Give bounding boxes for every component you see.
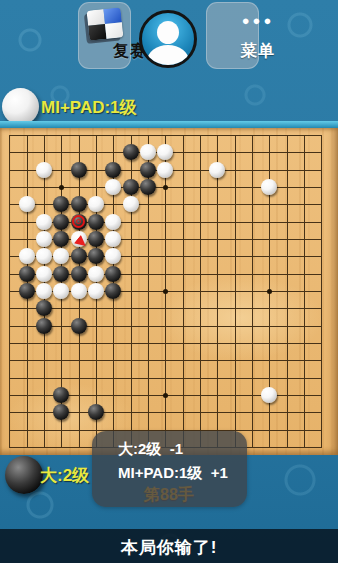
white-stone-6-5 bbox=[105, 214, 121, 230]
black-stone-5-16 bbox=[88, 404, 104, 420]
avatar-head-shape bbox=[157, 21, 179, 44]
white-stone-2-6 bbox=[36, 231, 52, 247]
black-stone-6-8 bbox=[105, 266, 121, 282]
black-stone-2-11 bbox=[36, 318, 52, 334]
white-stone-2-2 bbox=[36, 162, 52, 178]
app-screen: 复赛 ●●● 菜单 MI+PAD:1级 大:2级 第88手 大:2级 -1 MI… bbox=[0, 0, 338, 563]
white-stone-9-1 bbox=[157, 144, 173, 160]
black-stone-1-9 bbox=[19, 283, 35, 299]
status-text: 本局你输了! bbox=[0, 536, 338, 559]
black-stone-4-8 bbox=[71, 266, 87, 282]
black-stone-7-3 bbox=[123, 179, 139, 195]
black-stone-5-5 bbox=[88, 214, 104, 230]
white-stone-5-8 bbox=[88, 266, 104, 282]
black-stone-8-3 bbox=[140, 179, 156, 195]
black-stone-5-7 bbox=[88, 248, 104, 264]
black-stone-1-8 bbox=[19, 266, 35, 282]
star-point bbox=[163, 393, 168, 398]
status-bar: 本局你输了! bbox=[0, 529, 338, 563]
star-point bbox=[163, 289, 168, 294]
black-stone-2-10 bbox=[36, 300, 52, 316]
white-stone-1-7 bbox=[19, 248, 35, 264]
white-stone-5-4 bbox=[88, 196, 104, 212]
player-avatar-icon[interactable] bbox=[139, 10, 197, 68]
white-stone-9-2 bbox=[157, 162, 173, 178]
black-stone-3-5 bbox=[53, 214, 69, 230]
white-stone-15-3 bbox=[261, 179, 277, 195]
white-stone-6-3 bbox=[105, 179, 121, 195]
white-stone-15-15 bbox=[261, 387, 277, 403]
menu-button[interactable]: ●●● 菜单 bbox=[206, 2, 259, 69]
white-stone-4-9 bbox=[71, 283, 87, 299]
replay-button[interactable]: 复赛 bbox=[78, 2, 131, 69]
black-player-label: 大:2级 bbox=[40, 464, 89, 487]
rating-change-popup: 大:2级 -1 MI+PAD:1级 +1 bbox=[92, 431, 247, 507]
black-stone-4-4 bbox=[71, 196, 87, 212]
menu-dots-icon: ●●● bbox=[233, 13, 284, 28]
popup-black-rating-line: 大:2级 -1 bbox=[118, 440, 183, 459]
star-point bbox=[163, 185, 168, 190]
white-stone-12-2 bbox=[209, 162, 225, 178]
menu-button-label: 菜单 bbox=[233, 41, 284, 62]
black-stone-8-2 bbox=[140, 162, 156, 178]
black-stone-6-9 bbox=[105, 283, 121, 299]
go-board[interactable] bbox=[0, 128, 338, 455]
black-stone-4-2 bbox=[71, 162, 87, 178]
white-stone-7-4 bbox=[123, 196, 139, 212]
star-point bbox=[59, 185, 64, 190]
black-stone-3-15 bbox=[53, 387, 69, 403]
black-stone-4-11 bbox=[71, 318, 87, 334]
white-stone-2-5 bbox=[36, 214, 52, 230]
replay-cube-icon bbox=[87, 7, 124, 40]
white-stone-3-7 bbox=[53, 248, 69, 264]
white-stone-6-7 bbox=[105, 248, 121, 264]
white-stone-avatar bbox=[2, 88, 39, 125]
black-stone-3-16 bbox=[53, 404, 69, 420]
black-stone-7-1 bbox=[123, 144, 139, 160]
avatar-shoulders-shape bbox=[147, 45, 189, 68]
black-stone-6-2 bbox=[105, 162, 121, 178]
white-stone-5-9 bbox=[88, 283, 104, 299]
black-stone-5-6 bbox=[88, 231, 104, 247]
black-stone-4-7 bbox=[71, 248, 87, 264]
black-stone-3-6 bbox=[53, 231, 69, 247]
popup-white-rating-line: MI+PAD:1级 +1 bbox=[118, 464, 228, 483]
white-stone-6-6 bbox=[105, 231, 121, 247]
white-stone-2-9 bbox=[36, 283, 52, 299]
white-stone-2-8 bbox=[36, 266, 52, 282]
white-stone-1-4 bbox=[19, 196, 35, 212]
white-player-label: MI+PAD:1级 bbox=[41, 96, 137, 119]
white-stone-8-1 bbox=[140, 144, 156, 160]
black-stone-3-8 bbox=[53, 266, 69, 282]
white-stone-2-7 bbox=[36, 248, 52, 264]
white-stone-3-9 bbox=[53, 283, 69, 299]
star-point bbox=[267, 289, 272, 294]
black-stone-3-4 bbox=[53, 196, 69, 212]
